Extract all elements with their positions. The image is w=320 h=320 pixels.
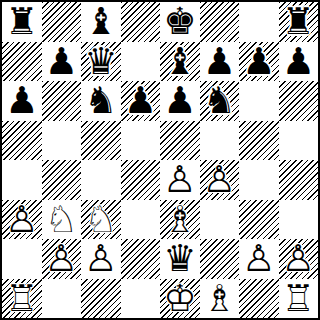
black-pawn-e6[interactable]: ♟ [163,82,196,119]
chess-board: ♜♝♚♜♟♛♝♟♟♟♟♞♟♟♞♟♙♟♙♟♙♞♘♞♘♝♗♟♙♟♙♛♟♙♟♙♜♖♚♔… [0,0,320,320]
square-h2[interactable]: ♟♙ [279,239,319,279]
square-f7[interactable]: ♟ [200,42,240,82]
piece-glyph: ♗ [163,200,196,240]
black-bishop-e7[interactable]: ♝ [163,43,196,80]
square-b5[interactable] [42,121,82,161]
square-f3[interactable] [200,200,240,240]
square-g6[interactable] [239,81,279,121]
square-b7[interactable]: ♟ [42,42,82,82]
black-rook-a8[interactable]: ♜ [5,3,38,40]
black-knight-f6[interactable]: ♞ [203,82,236,119]
piece-glyph: ♙ [45,239,78,279]
black-queen-e2[interactable]: ♛ [163,240,196,277]
square-a6[interactable]: ♟ [2,81,42,121]
square-a4[interactable] [2,160,42,200]
square-f2[interactable] [200,239,240,279]
square-e3[interactable]: ♝♗ [160,200,200,240]
black-pawn-h7[interactable]: ♟ [282,43,315,80]
square-h7[interactable]: ♟ [279,42,319,82]
square-d7[interactable] [121,42,161,82]
white-pawn-b2[interactable]: ♟♙ [45,240,78,277]
black-rook-h8[interactable]: ♜ [282,3,315,40]
white-knight-b3[interactable]: ♞♘ [45,201,78,238]
square-c5[interactable] [81,121,121,161]
black-king-e8[interactable]: ♚ [163,3,196,40]
square-h6[interactable] [279,81,319,121]
square-f4[interactable]: ♟♙ [200,160,240,200]
square-c6[interactable]: ♞ [81,81,121,121]
piece-glyph: ♘ [45,200,78,240]
square-d4[interactable] [121,160,161,200]
square-c8[interactable]: ♝ [81,2,121,42]
black-pawn-f7[interactable]: ♟ [203,43,236,80]
white-pawn-h2[interactable]: ♟♙ [282,240,315,277]
square-e1[interactable]: ♚♔ [160,279,200,319]
square-b3[interactable]: ♞♘ [42,200,82,240]
piece-glyph: ♙ [203,160,236,200]
square-b6[interactable] [42,81,82,121]
square-f8[interactable] [200,2,240,42]
piece-glyph: ♙ [282,239,315,279]
white-king-e1[interactable]: ♚♔ [163,280,196,317]
square-c3[interactable]: ♞♘ [81,200,121,240]
square-d6[interactable]: ♟ [121,81,161,121]
square-e2[interactable]: ♛ [160,239,200,279]
square-b8[interactable] [42,2,82,42]
square-h3[interactable] [279,200,319,240]
square-g5[interactable] [239,121,279,161]
square-d8[interactable] [121,2,161,42]
square-a7[interactable] [2,42,42,82]
square-d5[interactable] [121,121,161,161]
square-g1[interactable] [239,279,279,319]
square-g8[interactable] [239,2,279,42]
square-e7[interactable]: ♝ [160,42,200,82]
square-c7[interactable]: ♛ [81,42,121,82]
square-a8[interactable]: ♜ [2,2,42,42]
square-g7[interactable]: ♟ [239,42,279,82]
white-pawn-f4[interactable]: ♟♙ [203,161,236,198]
black-knight-c6[interactable]: ♞ [84,82,117,119]
piece-glyph: ♖ [282,279,315,319]
white-pawn-g2[interactable]: ♟♙ [242,240,275,277]
square-b2[interactable]: ♟♙ [42,239,82,279]
black-pawn-a6[interactable]: ♟ [5,82,38,119]
square-c2[interactable]: ♟♙ [81,239,121,279]
square-a5[interactable] [2,121,42,161]
black-bishop-c8[interactable]: ♝ [84,3,117,40]
square-g3[interactable] [239,200,279,240]
square-a2[interactable] [2,239,42,279]
square-b1[interactable] [42,279,82,319]
piece-glyph: ♖ [5,279,38,319]
white-knight-c3[interactable]: ♞♘ [84,201,117,238]
black-pawn-g7[interactable]: ♟ [242,43,275,80]
square-e5[interactable] [160,121,200,161]
square-g2[interactable]: ♟♙ [239,239,279,279]
piece-glyph: ♙ [242,239,275,279]
white-bishop-e3[interactable]: ♝♗ [163,201,196,238]
white-rook-h1[interactable]: ♜♖ [282,280,315,317]
white-pawn-c2[interactable]: ♟♙ [84,240,117,277]
square-h1[interactable]: ♜♖ [279,279,319,319]
piece-glyph: ♗ [203,279,236,319]
square-h8[interactable]: ♜ [279,2,319,42]
square-c1[interactable] [81,279,121,319]
square-a1[interactable]: ♜♖ [2,279,42,319]
piece-glyph: ♙ [84,239,117,279]
square-a3[interactable]: ♟♙ [2,200,42,240]
square-c4[interactable] [81,160,121,200]
black-pawn-d6[interactable]: ♟ [124,82,157,119]
square-e6[interactable]: ♟ [160,81,200,121]
white-pawn-a3[interactable]: ♟♙ [5,201,38,238]
square-d2[interactable] [121,239,161,279]
piece-glyph: ♙ [5,200,38,240]
square-f5[interactable] [200,121,240,161]
white-pawn-e4[interactable]: ♟♙ [163,161,196,198]
white-rook-a1[interactable]: ♜♖ [5,280,38,317]
square-d1[interactable] [121,279,161,319]
piece-glyph: ♘ [84,200,117,240]
piece-glyph: ♙ [163,160,196,200]
white-bishop-f1[interactable]: ♝♗ [203,280,236,317]
square-h4[interactable] [279,160,319,200]
square-f1[interactable]: ♝♗ [200,279,240,319]
piece-glyph: ♔ [163,279,196,319]
square-b4[interactable] [42,160,82,200]
square-f6[interactable]: ♞ [200,81,240,121]
square-e4[interactable]: ♟♙ [160,160,200,200]
black-pawn-b7[interactable]: ♟ [45,43,78,80]
black-queen-c7[interactable]: ♛ [84,43,117,80]
square-g4[interactable] [239,160,279,200]
square-d3[interactable] [121,200,161,240]
chess-diagram: ♜♝♚♜♟♛♝♟♟♟♟♞♟♟♞♟♙♟♙♟♙♞♘♞♘♝♗♟♙♟♙♛♟♙♟♙♜♖♚♔… [0,0,320,320]
square-h5[interactable] [279,121,319,161]
square-e8[interactable]: ♚ [160,2,200,42]
